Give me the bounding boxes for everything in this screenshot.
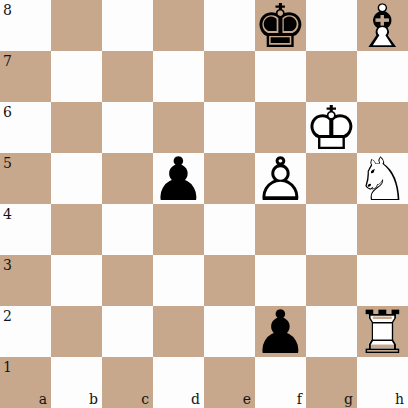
square-h8[interactable]: ♝♗ bbox=[357, 0, 408, 51]
square-a7[interactable]: 7 bbox=[0, 51, 51, 102]
square-h7[interactable] bbox=[357, 51, 408, 102]
rank-label-1: 1 bbox=[3, 360, 12, 374]
square-g8[interactable] bbox=[306, 0, 357, 51]
square-a5[interactable]: 5 bbox=[0, 153, 51, 204]
white-bishop-fill-glyph: ♝ bbox=[357, 0, 408, 51]
white-pawn-fill-glyph: ♟ bbox=[255, 153, 306, 204]
square-h4[interactable] bbox=[357, 204, 408, 255]
square-c1[interactable]: c bbox=[102, 357, 153, 408]
white-pawn-glyph: ♙ bbox=[255, 153, 306, 204]
black-pawn-glyph: ♟ bbox=[255, 306, 306, 357]
square-g4[interactable] bbox=[306, 204, 357, 255]
square-f5[interactable]: ♟♙ bbox=[255, 153, 306, 204]
square-e3[interactable] bbox=[204, 255, 255, 306]
square-b2[interactable] bbox=[51, 306, 102, 357]
piece-black-king[interactable]: ♚ bbox=[255, 0, 306, 51]
square-g7[interactable] bbox=[306, 51, 357, 102]
white-knight-fill-glyph: ♞ bbox=[357, 153, 408, 204]
square-e6[interactable] bbox=[204, 102, 255, 153]
square-d6[interactable] bbox=[153, 102, 204, 153]
white-bishop-glyph: ♗ bbox=[357, 0, 408, 51]
white-king-fill-glyph: ♚ bbox=[306, 102, 357, 153]
piece-white-bishop[interactable]: ♝♗ bbox=[357, 0, 408, 51]
square-h2[interactable]: ♜♖ bbox=[357, 306, 408, 357]
square-e1[interactable]: e bbox=[204, 357, 255, 408]
square-c5[interactable] bbox=[102, 153, 153, 204]
square-c6[interactable] bbox=[102, 102, 153, 153]
square-d7[interactable] bbox=[153, 51, 204, 102]
file-label-g: g bbox=[344, 392, 353, 406]
file-label-h: h bbox=[395, 392, 404, 406]
square-c2[interactable] bbox=[102, 306, 153, 357]
square-f4[interactable] bbox=[255, 204, 306, 255]
square-b1[interactable]: b bbox=[51, 357, 102, 408]
piece-white-knight[interactable]: ♞♘ bbox=[357, 153, 408, 204]
square-b6[interactable] bbox=[51, 102, 102, 153]
piece-white-rook[interactable]: ♜♖ bbox=[357, 306, 408, 357]
piece-black-pawn[interactable]: ♟ bbox=[255, 306, 306, 357]
square-g5[interactable] bbox=[306, 153, 357, 204]
square-h1[interactable]: h bbox=[357, 357, 408, 408]
piece-white-pawn[interactable]: ♟♙ bbox=[255, 153, 306, 204]
square-b4[interactable] bbox=[51, 204, 102, 255]
square-d8[interactable] bbox=[153, 0, 204, 51]
rank-label-6: 6 bbox=[3, 105, 12, 119]
square-b5[interactable] bbox=[51, 153, 102, 204]
square-f7[interactable] bbox=[255, 51, 306, 102]
chess-board: 8♚♝♗76♚♔5♟♟♙♞♘432♟♜♖1abcdefgh bbox=[0, 0, 408, 408]
rank-label-5: 5 bbox=[3, 156, 12, 170]
black-king-glyph: ♚ bbox=[255, 0, 306, 51]
square-g3[interactable] bbox=[306, 255, 357, 306]
square-d4[interactable] bbox=[153, 204, 204, 255]
square-g1[interactable]: g bbox=[306, 357, 357, 408]
square-c8[interactable] bbox=[102, 0, 153, 51]
square-e8[interactable] bbox=[204, 0, 255, 51]
square-d1[interactable]: d bbox=[153, 357, 204, 408]
square-c4[interactable] bbox=[102, 204, 153, 255]
piece-black-pawn[interactable]: ♟ bbox=[153, 153, 204, 204]
rank-label-8: 8 bbox=[3, 3, 12, 17]
square-a8[interactable]: 8 bbox=[0, 0, 51, 51]
rank-label-7: 7 bbox=[3, 54, 12, 68]
square-g2[interactable] bbox=[306, 306, 357, 357]
file-label-c: c bbox=[141, 392, 149, 406]
square-g6[interactable]: ♚♔ bbox=[306, 102, 357, 153]
square-f3[interactable] bbox=[255, 255, 306, 306]
white-king-glyph: ♔ bbox=[306, 102, 357, 153]
square-b3[interactable] bbox=[51, 255, 102, 306]
square-e7[interactable] bbox=[204, 51, 255, 102]
square-a2[interactable]: 2 bbox=[0, 306, 51, 357]
white-knight-glyph: ♘ bbox=[357, 153, 408, 204]
square-h3[interactable] bbox=[357, 255, 408, 306]
square-f6[interactable] bbox=[255, 102, 306, 153]
file-label-b: b bbox=[89, 392, 98, 406]
rank-label-3: 3 bbox=[3, 258, 12, 272]
square-a1[interactable]: 1a bbox=[0, 357, 51, 408]
square-d2[interactable] bbox=[153, 306, 204, 357]
square-d3[interactable] bbox=[153, 255, 204, 306]
file-label-d: d bbox=[191, 392, 200, 406]
white-rook-fill-glyph: ♜ bbox=[357, 306, 408, 357]
square-f2[interactable]: ♟ bbox=[255, 306, 306, 357]
square-e2[interactable] bbox=[204, 306, 255, 357]
square-a3[interactable]: 3 bbox=[0, 255, 51, 306]
square-b7[interactable] bbox=[51, 51, 102, 102]
square-a4[interactable]: 4 bbox=[0, 204, 51, 255]
white-rook-glyph: ♖ bbox=[357, 306, 408, 357]
square-f8[interactable]: ♚ bbox=[255, 0, 306, 51]
square-h5[interactable]: ♞♘ bbox=[357, 153, 408, 204]
file-label-a: a bbox=[39, 392, 47, 406]
square-f1[interactable]: f bbox=[255, 357, 306, 408]
square-d5[interactable]: ♟ bbox=[153, 153, 204, 204]
square-b8[interactable] bbox=[51, 0, 102, 51]
black-pawn-glyph: ♟ bbox=[153, 153, 204, 204]
square-h6[interactable] bbox=[357, 102, 408, 153]
rank-label-4: 4 bbox=[3, 207, 12, 221]
square-c7[interactable] bbox=[102, 51, 153, 102]
piece-white-king[interactable]: ♚♔ bbox=[306, 102, 357, 153]
square-e5[interactable] bbox=[204, 153, 255, 204]
file-label-e: e bbox=[243, 392, 251, 406]
square-a6[interactable]: 6 bbox=[0, 102, 51, 153]
rank-label-2: 2 bbox=[3, 309, 12, 323]
square-e4[interactable] bbox=[204, 204, 255, 255]
file-label-f: f bbox=[297, 392, 302, 406]
square-c3[interactable] bbox=[102, 255, 153, 306]
